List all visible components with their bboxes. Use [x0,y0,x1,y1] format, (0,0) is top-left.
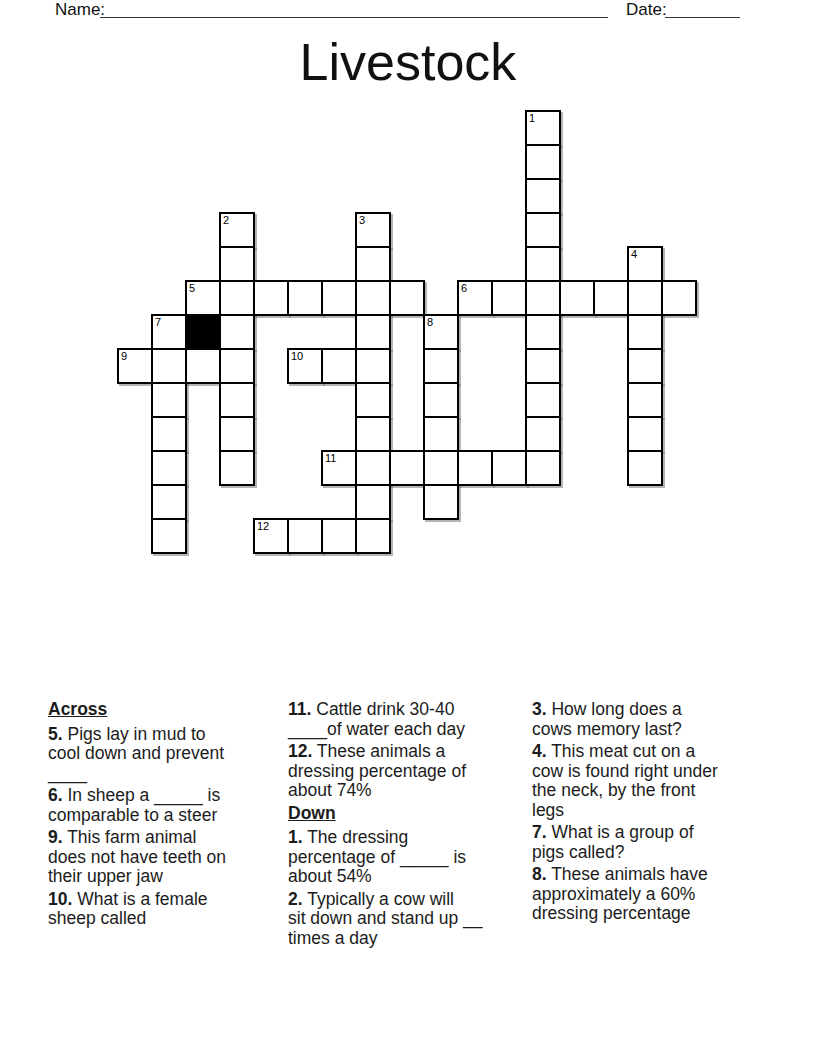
cell-number: 10 [291,351,303,362]
across-heading: Across [48,700,286,720]
grid-cell [559,280,595,316]
grid-cell [219,246,255,282]
grid-cell [525,246,561,282]
clue-number: 10. [48,889,72,909]
grid-cell [491,450,527,486]
cell-number: 7 [155,317,161,328]
grid-cell: 8 [423,314,459,350]
grid-cell [219,450,255,486]
clue-number: 7. [532,822,547,842]
clue-6: 6. In sheep a _____ iscomparable to a st… [48,786,286,825]
grid-cell [321,280,357,316]
grid-cell [423,348,459,384]
clue-2: 2. Typically a cow willsit down and stan… [288,890,526,949]
grid-cell [457,450,493,486]
grid-cell [151,348,187,384]
grid-cell [321,348,357,384]
grid-cell [525,144,561,180]
grid-cell [151,416,187,452]
grid-cell [287,518,323,554]
crossword-grid: 123456789101112 [0,0,816,600]
grid-cell [627,280,663,316]
clue-5: 5. Pigs lay in mud tocool down and preve… [48,725,286,784]
cell-number: 12 [257,521,269,532]
clue-1: 1. The dressingpercentage of _____ isabo… [288,828,526,887]
grid-cell: 1 [525,110,561,146]
down-heading: Down [288,804,526,824]
grid-cell [525,178,561,214]
cell-number: 4 [631,249,637,260]
grid-cell [355,280,391,316]
clue-3: 3. How long does acows memory last? [532,700,770,739]
grid-cell [355,246,391,282]
cell-number: 6 [461,283,467,294]
cell-number: 5 [189,283,195,294]
cell-number: 2 [223,215,229,226]
clue-number: 9. [48,827,63,847]
cell-number: 11 [325,453,336,464]
grid-cell [389,280,425,316]
grid-cell: 6 [457,280,493,316]
clue-number: 6. [48,785,63,805]
grid-cell [627,348,663,384]
grid-cell [355,484,391,520]
grid-cell: 9 [117,348,153,384]
grid-cell [661,280,697,316]
grid-cell: 2 [219,212,255,248]
grid-cell [355,348,391,384]
grid-cell [287,280,323,316]
clue-column-3: 3. How long does acows memory last?4. Th… [532,700,770,927]
clue-12: 12. These animals adressing percentage o… [288,742,526,801]
grid-cell [219,348,255,384]
black-cell [185,314,221,350]
grid-cell [525,416,561,452]
grid-cell [253,280,289,316]
worksheet-page: Name: Date: Livestock 123456789101112 Ac… [0,0,816,1056]
cell-number: 1 [529,113,535,124]
clue-number: 8. [532,864,547,884]
grid-cell [627,450,663,486]
grid-cell [321,518,357,554]
cell-number: 3 [359,215,365,226]
grid-cell [627,416,663,452]
grid-cell [525,382,561,418]
cell-number: 8 [427,317,433,328]
grid-cell [219,314,255,350]
clue-number: 12. [288,741,312,761]
cell-number: 9 [121,351,127,362]
grid-cell [389,450,425,486]
grid-cell [423,382,459,418]
grid-cell [355,450,391,486]
grid-cell: 5 [185,280,221,316]
grid-cell: 3 [355,212,391,248]
grid-cell [593,280,629,316]
grid-cell [525,348,561,384]
grid-cell [219,382,255,418]
grid-cell: 7 [151,314,187,350]
clue-8: 8. These animals haveapproximately a 60%… [532,865,770,924]
clue-11: 11. Cattle drink 30-40____of water each … [288,700,526,739]
clue-column-1: Across5. Pigs lay in mud tocool down and… [48,700,286,932]
grid-cell [355,314,391,350]
grid-cell [151,484,187,520]
grid-cell [151,382,187,418]
grid-cell: 10 [287,348,323,384]
grid-cell [355,382,391,418]
clue-number: 1. [288,827,303,847]
clue-number: 3. [532,699,547,719]
grid-cell [423,450,459,486]
grid-cell [219,280,255,316]
grid-cell [525,212,561,248]
clue-4: 4. This meat cut on acow is found right … [532,742,770,820]
grid-cell [355,416,391,452]
grid-cell [423,416,459,452]
grid-cell [525,314,561,350]
grid-cell [627,382,663,418]
clue-number: 4. [532,741,547,761]
grid-cell [627,314,663,350]
grid-cell [219,416,255,452]
grid-cell [185,348,221,384]
grid-cell: 11 [321,450,357,486]
clue-number: 11. [288,699,311,719]
grid-cell: 12 [253,518,289,554]
grid-cell [423,484,459,520]
clue-number: 2. [288,889,303,909]
clue-column-2: 11. Cattle drink 30-40____of water each … [288,700,526,951]
grid-cell [491,280,527,316]
grid-cell [355,518,391,554]
clue-number: 5. [48,724,63,744]
grid-cell: 4 [627,246,663,282]
clue-9: 9. This farm animaldoes not have teeth o… [48,828,286,887]
grid-cell [151,450,187,486]
clue-7: 7. What is a group ofpigs called? [532,823,770,862]
grid-cell [151,518,187,554]
grid-cell [525,280,561,316]
clue-10: 10. What is a femalesheep called [48,890,286,929]
grid-cell [525,450,561,486]
